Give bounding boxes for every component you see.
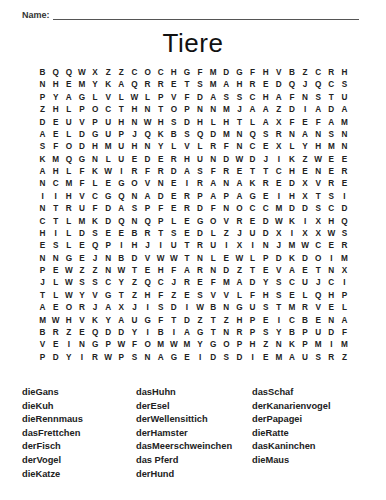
page-title: Tiere	[0, 28, 386, 59]
cell-r11-c8: N	[128, 191, 141, 203]
cell-r11-c7: Q	[115, 191, 128, 203]
cell-r12-c5: F	[89, 203, 102, 215]
cell-r21-c6: Y	[102, 315, 115, 327]
cell-r17-c1: P	[36, 265, 49, 277]
cell-r6-c1: A	[36, 129, 49, 141]
cell-r2-c16: H	[233, 79, 246, 91]
cell-r19-c16: L	[233, 290, 246, 302]
cell-r20-c20: M	[285, 302, 298, 314]
cell-r17-c2: E	[49, 265, 62, 277]
cell-r17-c20: A	[285, 265, 298, 277]
cell-r19-c7: T	[115, 290, 128, 302]
cell-r2-c21: J	[299, 79, 312, 91]
cell-r3-c7: L	[115, 92, 128, 104]
cell-r14-c19: X	[272, 228, 285, 240]
cell-r15-c11: U	[167, 240, 180, 252]
cell-r23-c9: O	[141, 339, 154, 351]
cell-r18-c3: W	[62, 277, 75, 289]
cell-r8-c19: I	[272, 154, 285, 166]
cell-r4-c15: M	[220, 104, 233, 116]
cell-r13-c21: I	[299, 216, 312, 228]
cell-r13-c23: H	[325, 216, 338, 228]
cell-r16-c2: N	[49, 253, 62, 265]
cell-r8-c11: R	[167, 154, 180, 166]
cell-r19-c2: L	[49, 290, 62, 302]
cell-r11-c1: I	[36, 191, 49, 203]
cell-r24-c3: Y	[62, 352, 75, 364]
cell-r15-c1: E	[36, 240, 49, 252]
cell-r20-c15: N	[220, 302, 233, 314]
word-list-column-2: dasHuhnderEselderWellensittichderHamster…	[136, 386, 252, 481]
cell-r18-c12: R	[180, 277, 193, 289]
cell-r1-c12: G	[180, 67, 193, 79]
cell-r8-c14: N	[207, 154, 220, 166]
cell-r5-c19: X	[272, 117, 285, 129]
cell-r16-c13: N	[194, 253, 207, 265]
cell-r5-c14: L	[207, 117, 220, 129]
cell-r18-c22: J	[312, 277, 325, 289]
cell-r3-c2: Y	[49, 92, 62, 104]
cell-r3-c3: A	[62, 92, 75, 104]
cell-r8-c20: K	[285, 154, 298, 166]
cell-r15-c15: I	[220, 240, 233, 252]
cell-r19-c6: G	[102, 290, 115, 302]
cell-r12-c22: S	[312, 203, 325, 215]
word-list-item: derHamster	[136, 427, 252, 441]
word-list-item: derFisch	[22, 440, 136, 454]
cell-r5-c18: A	[259, 117, 272, 129]
cell-r3-c14: A	[207, 92, 220, 104]
cell-r24-c16: D	[233, 352, 246, 364]
cell-r2-c1: N	[36, 79, 49, 91]
cell-r8-c9: D	[141, 154, 154, 166]
cell-r21-c22: E	[312, 315, 325, 327]
word-list-item: dasFrettchen	[22, 427, 136, 441]
cell-r14-c11: S	[167, 228, 180, 240]
cell-r20-c1: A	[36, 302, 49, 314]
cell-r5-c24: M	[338, 117, 351, 129]
cell-r4-c18: A	[259, 104, 272, 116]
cell-r22-c8: Y	[128, 327, 141, 339]
word-list-item: dieKuh	[22, 400, 136, 414]
cell-r19-c3: W	[62, 290, 75, 302]
cell-r19-c13: S	[194, 290, 207, 302]
cell-r22-c1: B	[36, 327, 49, 339]
cell-r4-c6: C	[102, 104, 115, 116]
cell-r9-c2: H	[49, 166, 62, 178]
cell-r4-c2: H	[49, 104, 62, 116]
cell-r14-c5: S	[89, 228, 102, 240]
cell-r12-c14: F	[207, 203, 220, 215]
cell-r11-c5: C	[89, 191, 102, 203]
cell-r23-c3: I	[62, 339, 75, 351]
cell-r10-c13: R	[194, 178, 207, 190]
cell-r5-c1: D	[36, 117, 49, 129]
cell-r14-c8: B	[128, 228, 141, 240]
cell-r1-c24: H	[338, 67, 351, 79]
cell-r6-c22: N	[312, 129, 325, 141]
cell-r4-c8: H	[128, 104, 141, 116]
cell-r12-c21: D	[299, 203, 312, 215]
cell-r13-c5: K	[89, 216, 102, 228]
cell-r1-c22: C	[312, 67, 325, 79]
cell-r17-c12: A	[180, 265, 193, 277]
cell-r7-c6: M	[102, 141, 115, 153]
cell-r13-c12: E	[180, 216, 193, 228]
word-list-item: dasKaninchen	[252, 440, 374, 454]
cell-r15-c2: S	[49, 240, 62, 252]
word-list-item: derEsel	[136, 400, 252, 414]
cell-r5-c13: H	[194, 117, 207, 129]
cell-r17-c22: T	[312, 265, 325, 277]
cell-r11-c4: V	[75, 191, 88, 203]
cell-r16-c10: W	[154, 253, 167, 265]
cell-r21-c20: C	[285, 315, 298, 327]
cell-r9-c17: T	[246, 166, 259, 178]
cell-r10-c23: R	[325, 178, 338, 190]
cell-r2-c13: S	[194, 79, 207, 91]
cell-r2-c20: Q	[285, 79, 298, 91]
cell-r18-c24: I	[338, 277, 351, 289]
cell-r20-c21: R	[299, 302, 312, 314]
cell-r12-c1: N	[36, 203, 49, 215]
cell-r4-c20: D	[285, 104, 298, 116]
cell-r5-c8: N	[128, 117, 141, 129]
cell-r2-c5: Y	[89, 79, 102, 91]
cell-r2-c15: A	[220, 79, 233, 91]
cell-r20-c10: S	[154, 302, 167, 314]
word-list-item: das Pferd	[136, 454, 252, 468]
cell-r5-c2: E	[49, 117, 62, 129]
cell-r22-c10: B	[154, 327, 167, 339]
cell-r20-c17: U	[246, 302, 259, 314]
cell-r21-c1: M	[36, 315, 49, 327]
cell-r9-c6: W	[102, 166, 115, 178]
cell-r20-c6: A	[102, 302, 115, 314]
cell-r24-c22: S	[312, 352, 325, 364]
cell-r4-c10: T	[154, 104, 167, 116]
cell-r5-c7: H	[115, 117, 128, 129]
cell-r13-c8: N	[128, 216, 141, 228]
cell-r21-c21: B	[299, 315, 312, 327]
cell-r18-c6: C	[102, 277, 115, 289]
cell-r4-c12: P	[180, 104, 193, 116]
cell-r16-c12: T	[180, 253, 193, 265]
cell-r11-c20: H	[285, 191, 298, 203]
cell-r6-c10: K	[154, 129, 167, 141]
cell-r21-c3: H	[62, 315, 75, 327]
cell-r14-c16: J	[233, 228, 246, 240]
cell-r1-c9: O	[141, 67, 154, 79]
cell-r7-c9: N	[141, 141, 154, 153]
cell-r17-c17: T	[246, 265, 259, 277]
cell-r20-c24: L	[338, 302, 351, 314]
cell-r5-c10: H	[154, 117, 167, 129]
cell-r19-c19: S	[272, 290, 285, 302]
cell-r16-c7: B	[115, 253, 128, 265]
cell-r16-c14: L	[207, 253, 220, 265]
cell-r12-c12: R	[180, 203, 193, 215]
cell-r17-c15: D	[220, 265, 233, 277]
cell-r2-c3: E	[62, 79, 75, 91]
cell-r10-c24: E	[338, 178, 351, 190]
cell-r8-c4: G	[75, 154, 88, 166]
cell-r14-c4: D	[75, 228, 88, 240]
cell-r11-c14: A	[207, 191, 220, 203]
cell-r3-c13: D	[194, 92, 207, 104]
cell-r2-c17: R	[246, 79, 259, 91]
cell-r23-c15: O	[220, 339, 233, 351]
cell-r5-c16: T	[233, 117, 246, 129]
cell-r4-c1: Z	[36, 104, 49, 116]
cell-r11-c15: P	[220, 191, 233, 203]
cell-r22-c6: D	[102, 327, 115, 339]
cell-r11-c21: X	[299, 191, 312, 203]
cell-r20-c4: R	[75, 302, 88, 314]
cell-r14-c21: X	[299, 228, 312, 240]
cell-r3-c5: L	[89, 92, 102, 104]
cell-r7-c3: O	[62, 141, 75, 153]
cell-r2-c2: H	[49, 79, 62, 91]
cell-r9-c20: H	[285, 166, 298, 178]
cell-r19-c17: F	[246, 290, 259, 302]
cell-r14-c24: S	[338, 228, 351, 240]
cell-r13-c10: P	[154, 216, 167, 228]
cell-r19-c4: Y	[75, 290, 88, 302]
cell-r5-c20: F	[285, 117, 298, 129]
cell-r15-c20: M	[285, 240, 298, 252]
cell-r10-c1: N	[36, 178, 49, 190]
cell-r17-c13: R	[194, 265, 207, 277]
cell-r9-c16: E	[233, 166, 246, 178]
cell-r23-c7: W	[115, 339, 128, 351]
cell-r15-c21: W	[299, 240, 312, 252]
cell-r7-c21: Y	[299, 141, 312, 153]
cell-r9-c11: D	[167, 166, 180, 178]
word-list-item: dieRennmaus	[22, 413, 136, 427]
cell-r6-c15: M	[220, 129, 233, 141]
cell-r19-c8: Z	[128, 290, 141, 302]
cell-r18-c9: Q	[141, 277, 154, 289]
cell-r8-c15: D	[220, 154, 233, 166]
cell-r6-c3: L	[62, 129, 75, 141]
cell-r18-c5: S	[89, 277, 102, 289]
cell-r4-c21: I	[299, 104, 312, 116]
cell-r1-c10: C	[154, 67, 167, 79]
cell-r12-c7: A	[115, 203, 128, 215]
cell-r24-c15: S	[220, 352, 233, 364]
cell-r22-c21: P	[299, 327, 312, 339]
cell-r17-c23: N	[325, 265, 338, 277]
cell-r17-c14: N	[207, 265, 220, 277]
cell-r15-c24: R	[338, 240, 351, 252]
cell-r4-c24: A	[338, 104, 351, 116]
cell-r10-c17: K	[246, 178, 259, 190]
cell-r9-c4: F	[75, 166, 88, 178]
cell-r11-c10: D	[154, 191, 167, 203]
cell-r20-c23: E	[325, 302, 338, 314]
cell-r23-c1: V	[36, 339, 49, 351]
cell-r6-c13: Q	[194, 129, 207, 141]
cell-r12-c20: D	[285, 203, 298, 215]
cell-r22-c13: G	[194, 327, 207, 339]
cell-r5-c5: P	[89, 117, 102, 129]
cell-r1-c23: R	[325, 67, 338, 79]
cell-r11-c16: A	[233, 191, 246, 203]
cell-r16-c23: I	[325, 253, 338, 265]
cell-r24-c2: D	[49, 352, 62, 364]
cell-r24-c21: U	[299, 352, 312, 364]
cell-r22-c20: B	[285, 327, 298, 339]
cell-r22-c19: Y	[272, 327, 285, 339]
cell-r4-c7: T	[115, 104, 128, 116]
cell-r21-c18: E	[259, 315, 272, 327]
cell-r20-c12: I	[180, 302, 193, 314]
cell-r22-c14: T	[207, 327, 220, 339]
cell-r22-c11: I	[167, 327, 180, 339]
cell-r17-c5: Z	[89, 265, 102, 277]
cell-r10-c6: E	[102, 178, 115, 190]
cell-r4-c23: D	[325, 104, 338, 116]
cell-r6-c20: N	[285, 129, 298, 141]
cell-r13-c18: D	[259, 216, 272, 228]
cell-r8-c21: Z	[299, 154, 312, 166]
cell-r7-c4: D	[75, 141, 88, 153]
cell-r8-c5: N	[89, 154, 102, 166]
cell-r12-c9: P	[141, 203, 154, 215]
cell-r9-c23: E	[325, 166, 338, 178]
cell-r11-c6: G	[102, 191, 115, 203]
cell-r7-c11: L	[167, 141, 180, 153]
cell-r20-c3: O	[62, 302, 75, 314]
cell-r8-c1: K	[36, 154, 49, 166]
cell-r10-c11: E	[167, 178, 180, 190]
word-list-item: dasSchaf	[252, 386, 374, 400]
cell-r23-c5: G	[89, 339, 102, 351]
cell-r15-c6: P	[102, 240, 115, 252]
cell-r7-c13: L	[194, 141, 207, 153]
cell-r8-c23: E	[325, 154, 338, 166]
cell-r12-c17: C	[246, 203, 259, 215]
cell-r22-c7: D	[115, 327, 128, 339]
cell-r10-c10: N	[154, 178, 167, 190]
cell-r2-c18: E	[259, 79, 272, 91]
cell-r17-c9: E	[141, 265, 154, 277]
cell-r3-c22: S	[312, 92, 325, 104]
cell-r16-c8: D	[128, 253, 141, 265]
cell-r7-c23: M	[325, 141, 338, 153]
cell-r20-c9: I	[141, 302, 154, 314]
cell-r23-c21: P	[299, 339, 312, 351]
cell-r12-c19: M	[272, 203, 285, 215]
cell-r14-c13: D	[194, 228, 207, 240]
cell-r10-c2: C	[49, 178, 62, 190]
cell-r6-c9: Q	[141, 129, 154, 141]
cell-r3-c1: P	[36, 92, 49, 104]
cell-r11-c22: T	[312, 191, 325, 203]
word-list-item: dieGans	[22, 386, 136, 400]
cell-r21-c23: N	[325, 315, 338, 327]
cell-r17-c6: N	[102, 265, 115, 277]
cell-r1-c5: X	[89, 67, 102, 79]
cell-r20-c16: G	[233, 302, 246, 314]
cell-r16-c16: W	[233, 253, 246, 265]
cell-r20-c18: S	[259, 302, 272, 314]
word-list-item: dieKatze	[22, 468, 136, 482]
cell-r1-c4: W	[75, 67, 88, 79]
cell-r3-c17: C	[246, 92, 259, 104]
cell-r18-c7: Y	[115, 277, 128, 289]
cell-r3-c20: F	[285, 92, 298, 104]
cell-r6-c23: S	[325, 129, 338, 141]
cell-r18-c8: Z	[128, 277, 141, 289]
cell-r21-c24: A	[338, 315, 351, 327]
cell-r6-c5: G	[89, 129, 102, 141]
cell-r12-c23: C	[325, 203, 338, 215]
cell-r22-c16: R	[233, 327, 246, 339]
cell-r13-c4: M	[75, 216, 88, 228]
cell-r23-c13: Y	[194, 339, 207, 351]
cell-r24-c5: R	[89, 352, 102, 364]
cell-r24-c23: R	[325, 352, 338, 364]
cell-r18-c1: J	[36, 277, 49, 289]
cell-r9-c13: S	[194, 166, 207, 178]
cell-r13-c15: V	[220, 216, 233, 228]
word-list-item: dasHuhn	[136, 386, 252, 400]
cell-r19-c11: Z	[167, 290, 180, 302]
cell-r14-c15: Z	[220, 228, 233, 240]
cell-r4-c14: N	[207, 104, 220, 116]
cell-r18-c16: A	[233, 277, 246, 289]
cell-r5-c23: A	[325, 117, 338, 129]
cell-r7-c14: R	[207, 141, 220, 153]
cell-r12-c10: F	[154, 203, 167, 215]
cell-r20-c2: E	[49, 302, 62, 314]
cell-r13-c11: L	[167, 216, 180, 228]
cell-r12-c16: O	[233, 203, 246, 215]
cell-r13-c16: R	[233, 216, 246, 228]
cell-r19-c20: E	[285, 290, 298, 302]
cell-r23-c12: M	[180, 339, 193, 351]
cell-r1-c16: G	[233, 67, 246, 79]
cell-r8-c17: D	[246, 154, 259, 166]
word-list-column-3: dasSchafderKanarienvogelderPapageidieRat…	[252, 386, 374, 481]
cell-r2-c12: T	[180, 79, 193, 91]
cell-r21-c7: A	[115, 315, 128, 327]
cell-r23-c20: K	[285, 339, 298, 351]
cell-r8-c3: Q	[62, 154, 75, 166]
cell-r3-c12: F	[180, 92, 193, 104]
cell-r12-c13: D	[194, 203, 207, 215]
cell-r9-c22: N	[312, 166, 325, 178]
cell-r11-c9: A	[141, 191, 154, 203]
cell-r9-c3: L	[62, 166, 75, 178]
cell-r4-c3: L	[62, 104, 75, 116]
cell-r24-c19: M	[272, 352, 285, 364]
cell-r9-c8: R	[128, 166, 141, 178]
cell-r21-c14: T	[207, 315, 220, 327]
cell-r1-c1: B	[36, 67, 49, 79]
cell-r19-c5: V	[89, 290, 102, 302]
cell-r6-c16: N	[233, 129, 246, 141]
cell-r12-c3: R	[62, 203, 75, 215]
cell-r14-c3: L	[62, 228, 75, 240]
cell-r4-c11: O	[167, 104, 180, 116]
cell-r16-c11: W	[167, 253, 180, 265]
cell-r13-c9: Q	[141, 216, 154, 228]
cell-r10-c18: R	[259, 178, 272, 190]
cell-r2-c7: A	[115, 79, 128, 91]
